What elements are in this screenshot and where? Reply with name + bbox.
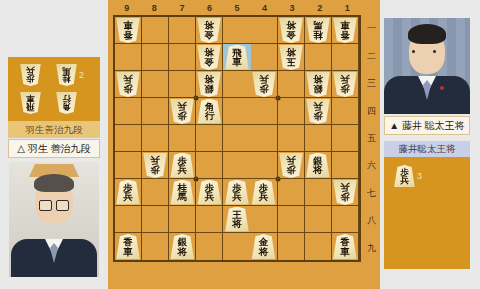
- board-cell-7-1[interactable]: [169, 17, 196, 44]
- lapel-pin: [440, 86, 444, 90]
- sente-panel: ▲ 藤井 聡太王将 藤井聡太王将 歩兵3: [384, 0, 470, 289]
- board-cell-8-4[interactable]: [142, 98, 169, 125]
- piece-glyph: 兵: [205, 192, 215, 202]
- board-cell-6-4[interactable]: 角行: [196, 98, 223, 125]
- piece-glyph: 行: [205, 111, 215, 121]
- hand-slot-角行: 角行: [56, 92, 92, 114]
- piece-glyph: 兵: [178, 102, 188, 112]
- shogi-piece-歩兵[interactable]: 歩兵: [143, 153, 167, 178]
- piece-glyph: 馬: [178, 192, 188, 202]
- board-cell-4-7[interactable]: 歩兵: [251, 179, 278, 206]
- piece-glyph: 桂: [313, 30, 323, 40]
- board-cell-6-2[interactable]: 金将: [196, 44, 223, 71]
- piece-glyph: 車: [340, 247, 350, 257]
- board-cell-6-6[interactable]: [196, 152, 223, 179]
- avatar-hair: [34, 174, 74, 192]
- piece-glyph: 歩: [259, 84, 269, 94]
- board-cell-5-2[interactable]: 飛車: [223, 44, 250, 71]
- board-cell-9-8[interactable]: [115, 206, 142, 233]
- piece-glyph: 銀: [205, 84, 215, 94]
- piece-glyph: 将: [286, 21, 296, 31]
- gote-hand-label: 羽生善治九段: [8, 121, 100, 138]
- shogi-piece-歩兵[interactable]: 歩兵: [170, 153, 194, 178]
- shogi-piece-銀将[interactable]: 銀将: [306, 153, 330, 178]
- board-cell-7-9[interactable]: 銀将: [169, 233, 196, 260]
- piece-glyph: 馬: [62, 67, 71, 76]
- piece-glyph: 将: [313, 75, 323, 85]
- shogi-piece-歩兵[interactable]: 歩兵: [333, 72, 357, 97]
- shogi-piece-金将[interactable]: 金将: [279, 18, 303, 43]
- shogi-piece-飛車[interactable]: 飛車: [20, 92, 41, 114]
- board-cell-2-4[interactable]: 歩兵: [305, 98, 332, 125]
- piece-glyph: 歩: [340, 192, 350, 202]
- piece-glyph: 兵: [123, 192, 133, 202]
- shogi-piece-歩兵[interactable]: 歩兵: [394, 165, 415, 187]
- board-cell-7-2[interactable]: [169, 44, 196, 71]
- board-cell-5-9[interactable]: [223, 233, 250, 260]
- piece-glyph: 将: [178, 247, 188, 257]
- shogi-piece-香車[interactable]: 香車: [333, 234, 357, 259]
- board-cell-1-9[interactable]: 香車: [332, 233, 359, 260]
- board-cell-5-1[interactable]: [223, 17, 250, 44]
- piece-glyph: 将: [286, 48, 296, 58]
- board-cell-4-4[interactable]: [251, 98, 278, 125]
- piece-glyph: 兵: [400, 176, 409, 185]
- board-cell-8-3[interactable]: [142, 71, 169, 98]
- shogi-piece-飛車[interactable]: 飛車: [225, 45, 249, 70]
- shogi-piece-王将[interactable]: 王将: [225, 207, 249, 232]
- gote-name: 羽生 善治九段: [28, 143, 91, 154]
- shogi-piece-香車[interactable]: 香車: [116, 18, 140, 43]
- shogi-piece-金将[interactable]: 金将: [197, 18, 221, 43]
- shogi-piece-歩兵[interactable]: 歩兵: [197, 180, 221, 205]
- board-cell-3-1[interactable]: 金将: [278, 17, 305, 44]
- board-cell-1-3[interactable]: 歩兵: [332, 71, 359, 98]
- board-cell-1-5[interactable]: [332, 125, 359, 152]
- rank-label: 九: [363, 235, 380, 262]
- piece-glyph: 将: [232, 219, 242, 229]
- board-cell-2-2[interactable]: [305, 44, 332, 71]
- piece-glyph: 兵: [26, 67, 35, 76]
- file-label-2: 2: [306, 0, 334, 16]
- board-cell-5-6[interactable]: [223, 152, 250, 179]
- board-cell-1-7[interactable]: 歩兵: [332, 179, 359, 206]
- file-label-3: 3: [278, 0, 306, 16]
- shogi-piece-歩兵[interactable]: 歩兵: [116, 72, 140, 97]
- piece-glyph: 車: [123, 247, 133, 257]
- piece-glyph: 歩: [313, 111, 323, 121]
- rank-label: 六: [363, 152, 380, 179]
- shogi-piece-角行[interactable]: 角行: [197, 99, 221, 124]
- board-cell-6-1[interactable]: 金将: [196, 17, 223, 44]
- piece-glyph: 歩: [286, 165, 296, 175]
- piece-glyph: 角: [62, 103, 71, 112]
- board-cell-9-6[interactable]: [115, 152, 142, 179]
- piece-glyph: 兵: [259, 75, 269, 85]
- piece-glyph: 馬: [313, 21, 323, 31]
- board-cell-5-8[interactable]: 王将: [223, 206, 250, 233]
- piece-glyph: 香: [123, 30, 133, 40]
- sente-hand-area: 歩兵3: [384, 157, 470, 269]
- shogi-piece-桂馬[interactable]: 桂馬: [170, 180, 194, 205]
- piece-glyph: 兵: [340, 75, 350, 85]
- board-cell-3-9[interactable]: [278, 233, 305, 260]
- board-cell-3-5[interactable]: [278, 125, 305, 152]
- shogi-piece-歩兵[interactable]: 歩兵: [279, 153, 303, 178]
- shogi-piece-銀将[interactable]: 銀将: [306, 72, 330, 97]
- piece-glyph: 兵: [259, 192, 269, 202]
- board-cell-8-5[interactable]: [142, 125, 169, 152]
- shogi-piece-歩兵[interactable]: 歩兵: [333, 180, 357, 205]
- board-cell-9-3[interactable]: 歩兵: [115, 71, 142, 98]
- board-cell-9-9[interactable]: 香車: [115, 233, 142, 260]
- piece-glyph: 車: [232, 57, 242, 67]
- piece-glyph: 兵: [286, 156, 296, 166]
- board-cell-6-5[interactable]: [196, 125, 223, 152]
- board-cell-2-3[interactable]: 銀将: [305, 71, 332, 98]
- shogi-piece-銀将[interactable]: 銀将: [170, 234, 194, 259]
- gote-photo: [9, 162, 99, 277]
- shogi-piece-歩兵[interactable]: 歩兵: [170, 99, 194, 124]
- avatar-eye: [412, 50, 415, 53]
- piece-glyph: 車: [26, 95, 35, 104]
- shogi-live-screen: 歩兵桂馬2飛車角行 羽生善治九段 △ 羽生 善治九段 987654321 香車金…: [0, 0, 480, 289]
- file-label-5: 5: [223, 0, 251, 16]
- hand-piece-count: 3: [417, 171, 422, 181]
- piece-glyph: 将: [259, 247, 269, 257]
- glasses-icon: [37, 200, 71, 210]
- piece-glyph: 歩: [178, 111, 188, 121]
- piece-glyph: 金: [205, 30, 215, 40]
- piece-glyph: 兵: [123, 75, 133, 85]
- board-cell-9-1[interactable]: 香車: [115, 17, 142, 44]
- board-cell-2-7[interactable]: [305, 179, 332, 206]
- piece-glyph: 兵: [313, 102, 323, 112]
- board-cell-7-7[interactable]: 桂馬: [169, 179, 196, 206]
- shogi-piece-香車[interactable]: 香車: [333, 18, 357, 43]
- shogi-piece-歩兵[interactable]: 歩兵: [252, 72, 276, 97]
- board-cell-2-8[interactable]: [305, 206, 332, 233]
- shogi-piece-桂馬[interactable]: 桂馬: [56, 64, 77, 86]
- hand-slot-歩兵: 歩兵: [20, 64, 56, 86]
- shogi-piece-桂馬[interactable]: 桂馬: [306, 18, 330, 43]
- board-cell-1-6[interactable]: [332, 152, 359, 179]
- board-cell-5-4[interactable]: [223, 98, 250, 125]
- board-cell-3-2[interactable]: 玉将: [278, 44, 305, 71]
- piece-glyph: 兵: [150, 156, 160, 166]
- piece-glyph: 歩: [123, 84, 133, 94]
- board-cell-2-1[interactable]: 桂馬: [305, 17, 332, 44]
- shogi-piece-金将[interactable]: 金将: [197, 45, 221, 70]
- sente-mark: ▲: [389, 120, 399, 131]
- piece-glyph: 歩: [26, 75, 35, 84]
- piece-glyph: 将: [205, 75, 215, 85]
- board-cell-7-3[interactable]: [169, 71, 196, 98]
- piece-glyph: 車: [123, 21, 133, 31]
- file-label-1: 1: [333, 0, 361, 16]
- board-cell-3-4[interactable]: [278, 98, 305, 125]
- avatar-eye: [433, 50, 436, 53]
- board-cell-6-7[interactable]: 歩兵: [196, 179, 223, 206]
- board-cell-4-5[interactable]: [251, 125, 278, 152]
- rank-label: 三: [363, 70, 380, 97]
- piece-glyph: 金: [205, 57, 215, 67]
- board-cell-4-1[interactable]: [251, 17, 278, 44]
- shogi-piece-歩兵[interactable]: 歩兵: [116, 180, 140, 205]
- file-label-8: 8: [141, 0, 169, 16]
- rank-label: 七: [363, 180, 380, 207]
- shogi-piece-玉将[interactable]: 玉将: [279, 45, 303, 70]
- shogi-board: 987654321 香車金将金将桂馬香車金将飛車玉将歩兵銀将歩兵銀将歩兵歩兵角行…: [108, 0, 380, 289]
- board-cell-4-8[interactable]: [251, 206, 278, 233]
- piece-glyph: 桂: [62, 75, 71, 84]
- sente-photo: [384, 18, 470, 114]
- board-cell-5-3[interactable]: [223, 71, 250, 98]
- gote-hand-panel: 歩兵桂馬2飛車角行 羽生善治九段: [8, 57, 100, 138]
- board-cell-2-6[interactable]: 銀将: [305, 152, 332, 179]
- board-grid: 香車金将金将桂馬香車金将飛車玉将歩兵銀将歩兵銀将歩兵歩兵角行歩兵歩兵歩兵歩兵銀将…: [113, 15, 361, 262]
- avatar-hair: [408, 24, 446, 44]
- board-cell-6-3[interactable]: 銀将: [196, 71, 223, 98]
- board-cell-8-6[interactable]: 歩兵: [142, 152, 169, 179]
- piece-glyph: 将: [205, 21, 215, 31]
- file-label-9: 9: [113, 0, 141, 16]
- shogi-piece-歩兵[interactable]: 歩兵: [306, 99, 330, 124]
- piece-glyph: 将: [205, 48, 215, 58]
- piece-glyph: 銀: [313, 84, 323, 94]
- board-cell-9-5[interactable]: [115, 125, 142, 152]
- board-cell-8-9[interactable]: [142, 233, 169, 260]
- board-cell-2-5[interactable]: [305, 125, 332, 152]
- file-labels: 987654321: [113, 0, 361, 15]
- board-cell-7-4[interactable]: 歩兵: [169, 98, 196, 125]
- piece-glyph: 飛: [26, 103, 35, 112]
- gote-panel: 歩兵桂馬2飛車角行 羽生善治九段 △ 羽生 善治九段: [8, 0, 100, 289]
- shogi-piece-香車[interactable]: 香車: [116, 234, 140, 259]
- hand-slot-歩兵: 歩兵3: [394, 165, 422, 187]
- rank-label: 四: [363, 97, 380, 124]
- piece-glyph: 兵: [340, 183, 350, 193]
- piece-glyph: 歩: [150, 165, 160, 175]
- shogi-piece-歩兵[interactable]: 歩兵: [252, 180, 276, 205]
- piece-glyph: 金: [286, 30, 296, 40]
- shogi-piece-歩兵[interactable]: 歩兵: [20, 64, 41, 86]
- board-cell-2-9[interactable]: [305, 233, 332, 260]
- shogi-piece-銀将[interactable]: 銀将: [197, 72, 221, 97]
- gote-hand-area: 歩兵桂馬2飛車角行: [8, 57, 100, 121]
- board-cell-8-8[interactable]: [142, 206, 169, 233]
- gote-name-plate: △ 羽生 善治九段: [8, 139, 100, 158]
- board-cell-4-3[interactable]: 歩兵: [251, 71, 278, 98]
- board-cell-9-2[interactable]: [115, 44, 142, 71]
- board-cell-7-6[interactable]: 歩兵: [169, 152, 196, 179]
- board-cell-1-2[interactable]: [332, 44, 359, 71]
- board-cell-1-8[interactable]: [332, 206, 359, 233]
- file-label-7: 7: [168, 0, 196, 16]
- board-cell-8-1[interactable]: [142, 17, 169, 44]
- board-cell-9-7[interactable]: 歩兵: [115, 179, 142, 206]
- board-cell-6-8[interactable]: [196, 206, 223, 233]
- sente-name: 藤井 聡太王将: [402, 120, 465, 131]
- rank-labels: 一二三四五六七八九: [363, 15, 380, 262]
- shogi-piece-歩兵[interactable]: 歩兵: [225, 180, 249, 205]
- board-cell-8-2[interactable]: [142, 44, 169, 71]
- piece-glyph: 歩: [340, 84, 350, 94]
- rank-label: 八: [363, 207, 380, 234]
- board-cell-3-7[interactable]: [278, 179, 305, 206]
- file-label-6: 6: [196, 0, 224, 16]
- piece-glyph: 将: [313, 165, 323, 175]
- hand-slot-飛車: 飛車: [20, 92, 56, 114]
- sente-hand-label: 藤井聡太王将: [384, 141, 470, 157]
- board-cell-4-9[interactable]: 金将: [251, 233, 278, 260]
- board-cell-3-8[interactable]: [278, 206, 305, 233]
- board-cell-3-6[interactable]: 歩兵: [278, 152, 305, 179]
- sente-hand-panel: 藤井聡太王将 歩兵3: [384, 141, 470, 269]
- gote-mark: △: [17, 143, 25, 154]
- board-cell-1-1[interactable]: 香車: [332, 17, 359, 44]
- board-cell-3-3[interactable]: [278, 71, 305, 98]
- board-cell-9-4[interactable]: [115, 98, 142, 125]
- board-cell-1-4[interactable]: [332, 98, 359, 125]
- board-cell-8-7[interactable]: [142, 179, 169, 206]
- board-cell-4-6[interactable]: [251, 152, 278, 179]
- piece-glyph: 玉: [286, 57, 296, 67]
- rank-label: 五: [363, 125, 380, 152]
- board-cell-5-7[interactable]: 歩兵: [223, 179, 250, 206]
- piece-glyph: 香: [340, 30, 350, 40]
- board-cell-7-8[interactable]: [169, 206, 196, 233]
- piece-glyph: 車: [340, 21, 350, 31]
- hand-piece-count: 2: [79, 70, 84, 80]
- board-cell-6-9[interactable]: [196, 233, 223, 260]
- piece-glyph: 行: [62, 95, 71, 104]
- rank-label: 一: [363, 15, 380, 42]
- piece-glyph: 兵: [178, 165, 188, 175]
- file-label-4: 4: [251, 0, 279, 16]
- piece-glyph: 兵: [232, 192, 242, 202]
- sente-name-plate: ▲ 藤井 聡太王将: [384, 116, 470, 135]
- board-cell-7-5[interactable]: [169, 125, 196, 152]
- hand-slot-桂馬: 桂馬2: [56, 64, 92, 86]
- board-cell-4-2[interactable]: [251, 44, 278, 71]
- board-cell-5-5[interactable]: [223, 125, 250, 152]
- shogi-piece-角行[interactable]: 角行: [56, 92, 77, 114]
- rank-label: 二: [363, 42, 380, 69]
- shogi-piece-金将[interactable]: 金将: [252, 234, 276, 259]
